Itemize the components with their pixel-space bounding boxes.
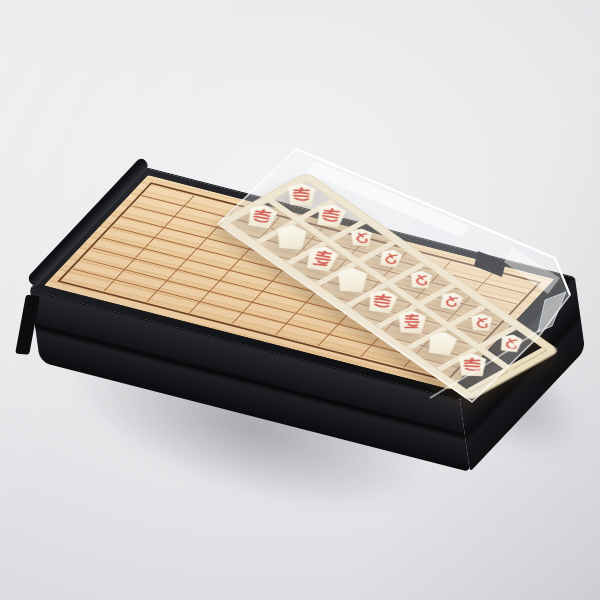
piece-character-icon: [397, 312, 426, 331]
product-photo: { "game": "shogi", "scene": "Product pho…: [0, 0, 600, 600]
piece-character-icon: [458, 355, 487, 374]
piece-character-icon: [286, 185, 315, 204]
